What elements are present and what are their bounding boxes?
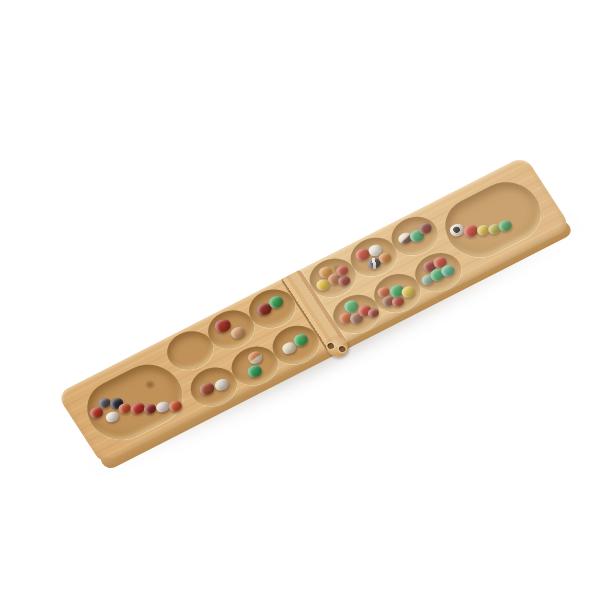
gemstone-counter [245,363,264,379]
gemstone-counter [245,349,264,365]
product-photo-scene [0,0,600,600]
mancala-board [56,155,572,466]
gemstone-counter [212,376,230,392]
gemstone-counter [104,410,121,424]
gemstone-counter [167,399,185,414]
gemstone-counter [228,324,246,340]
board-surface [56,155,572,466]
